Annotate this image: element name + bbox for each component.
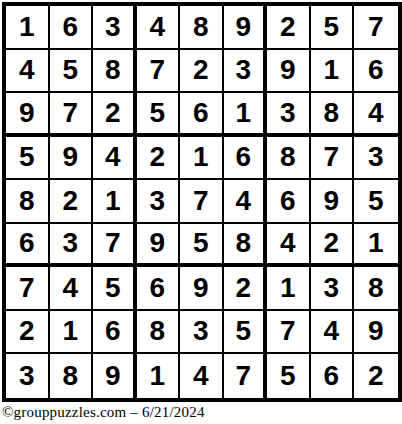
cell-r7c4: 6 xyxy=(137,267,181,311)
cell-r8c6: 5 xyxy=(224,311,268,355)
cell-r4c6: 6 xyxy=(224,137,268,181)
cell-r4c2: 9 xyxy=(50,137,94,181)
cell-r2c9: 6 xyxy=(354,50,398,94)
cell-r1c6: 9 xyxy=(224,6,268,50)
cell-r5c4: 3 xyxy=(137,180,181,224)
cell-r6c9: 1 xyxy=(354,224,398,268)
cell-r2c5: 2 xyxy=(180,50,224,94)
cell-r7c7: 1 xyxy=(267,267,311,311)
cell-r5c1: 8 xyxy=(6,180,50,224)
cell-r8c2: 1 xyxy=(50,311,94,355)
cell-r9c8: 6 xyxy=(311,354,355,398)
cell-r5c9: 5 xyxy=(354,180,398,224)
cell-r1c3: 3 xyxy=(93,6,137,50)
cell-r9c3: 9 xyxy=(93,354,137,398)
cell-r5c3: 1 xyxy=(93,180,137,224)
cell-r9c1: 3 xyxy=(6,354,50,398)
cell-r4c7: 8 xyxy=(267,137,311,181)
cell-r4c5: 1 xyxy=(180,137,224,181)
cell-r4c3: 4 xyxy=(93,137,137,181)
cell-r3c7: 3 xyxy=(267,93,311,137)
cell-r2c7: 9 xyxy=(267,50,311,94)
cell-r1c5: 8 xyxy=(180,6,224,50)
cell-r8c4: 8 xyxy=(137,311,181,355)
cell-r6c4: 9 xyxy=(137,224,181,268)
sudoku-page: 1634892574587239169725613845942168738213… xyxy=(0,0,402,424)
cell-r9c6: 7 xyxy=(224,354,268,398)
cell-r3c4: 5 xyxy=(137,93,181,137)
cell-r3c3: 2 xyxy=(93,93,137,137)
sudoku-board: 1634892574587239169725613845942168738213… xyxy=(2,2,402,402)
cell-r6c5: 5 xyxy=(180,224,224,268)
copyright-credit: ©grouppuzzles.com – 6/21/2024 xyxy=(2,404,402,421)
cell-r7c5: 9 xyxy=(180,267,224,311)
cell-r9c5: 4 xyxy=(180,354,224,398)
cell-r5c2: 2 xyxy=(50,180,94,224)
cell-r3c5: 6 xyxy=(180,93,224,137)
cell-r3c2: 7 xyxy=(50,93,94,137)
cell-r6c1: 6 xyxy=(6,224,50,268)
cell-r1c1: 1 xyxy=(6,6,50,50)
cell-r1c7: 2 xyxy=(267,6,311,50)
cell-r7c9: 8 xyxy=(354,267,398,311)
cell-r7c3: 5 xyxy=(93,267,137,311)
cell-r4c1: 5 xyxy=(6,137,50,181)
cell-r4c8: 7 xyxy=(311,137,355,181)
cell-r7c6: 2 xyxy=(224,267,268,311)
cell-r2c1: 4 xyxy=(6,50,50,94)
cell-r8c5: 3 xyxy=(180,311,224,355)
cell-r5c6: 4 xyxy=(224,180,268,224)
cell-r8c9: 9 xyxy=(354,311,398,355)
cell-r6c7: 4 xyxy=(267,224,311,268)
cell-r2c2: 5 xyxy=(50,50,94,94)
cell-r2c4: 7 xyxy=(137,50,181,94)
cell-r2c3: 8 xyxy=(93,50,137,94)
cell-r5c7: 6 xyxy=(267,180,311,224)
cell-r3c9: 4 xyxy=(354,93,398,137)
cell-r2c6: 3 xyxy=(224,50,268,94)
cell-r6c6: 8 xyxy=(224,224,268,268)
cell-r5c8: 9 xyxy=(311,180,355,224)
cell-r8c3: 6 xyxy=(93,311,137,355)
cell-r2c8: 1 xyxy=(311,50,355,94)
cell-r3c1: 9 xyxy=(6,93,50,137)
cell-r7c1: 7 xyxy=(6,267,50,311)
cell-r8c8: 4 xyxy=(311,311,355,355)
cell-r8c7: 7 xyxy=(267,311,311,355)
cell-r1c8: 5 xyxy=(311,6,355,50)
cell-r9c2: 8 xyxy=(50,354,94,398)
cell-r3c8: 8 xyxy=(311,93,355,137)
cell-r6c3: 7 xyxy=(93,224,137,268)
cell-r4c9: 3 xyxy=(354,137,398,181)
cell-r8c1: 2 xyxy=(6,311,50,355)
cell-r9c7: 5 xyxy=(267,354,311,398)
cell-r7c8: 3 xyxy=(311,267,355,311)
cell-r1c9: 7 xyxy=(354,6,398,50)
cell-r3c6: 1 xyxy=(224,93,268,137)
cell-r6c2: 3 xyxy=(50,224,94,268)
cell-r1c2: 6 xyxy=(50,6,94,50)
cell-r7c2: 4 xyxy=(50,267,94,311)
cell-r4c4: 2 xyxy=(137,137,181,181)
cell-r9c9: 2 xyxy=(354,354,398,398)
cell-r6c8: 2 xyxy=(311,224,355,268)
cell-r1c4: 4 xyxy=(137,6,181,50)
cell-r9c4: 1 xyxy=(137,354,181,398)
cell-r5c5: 7 xyxy=(180,180,224,224)
